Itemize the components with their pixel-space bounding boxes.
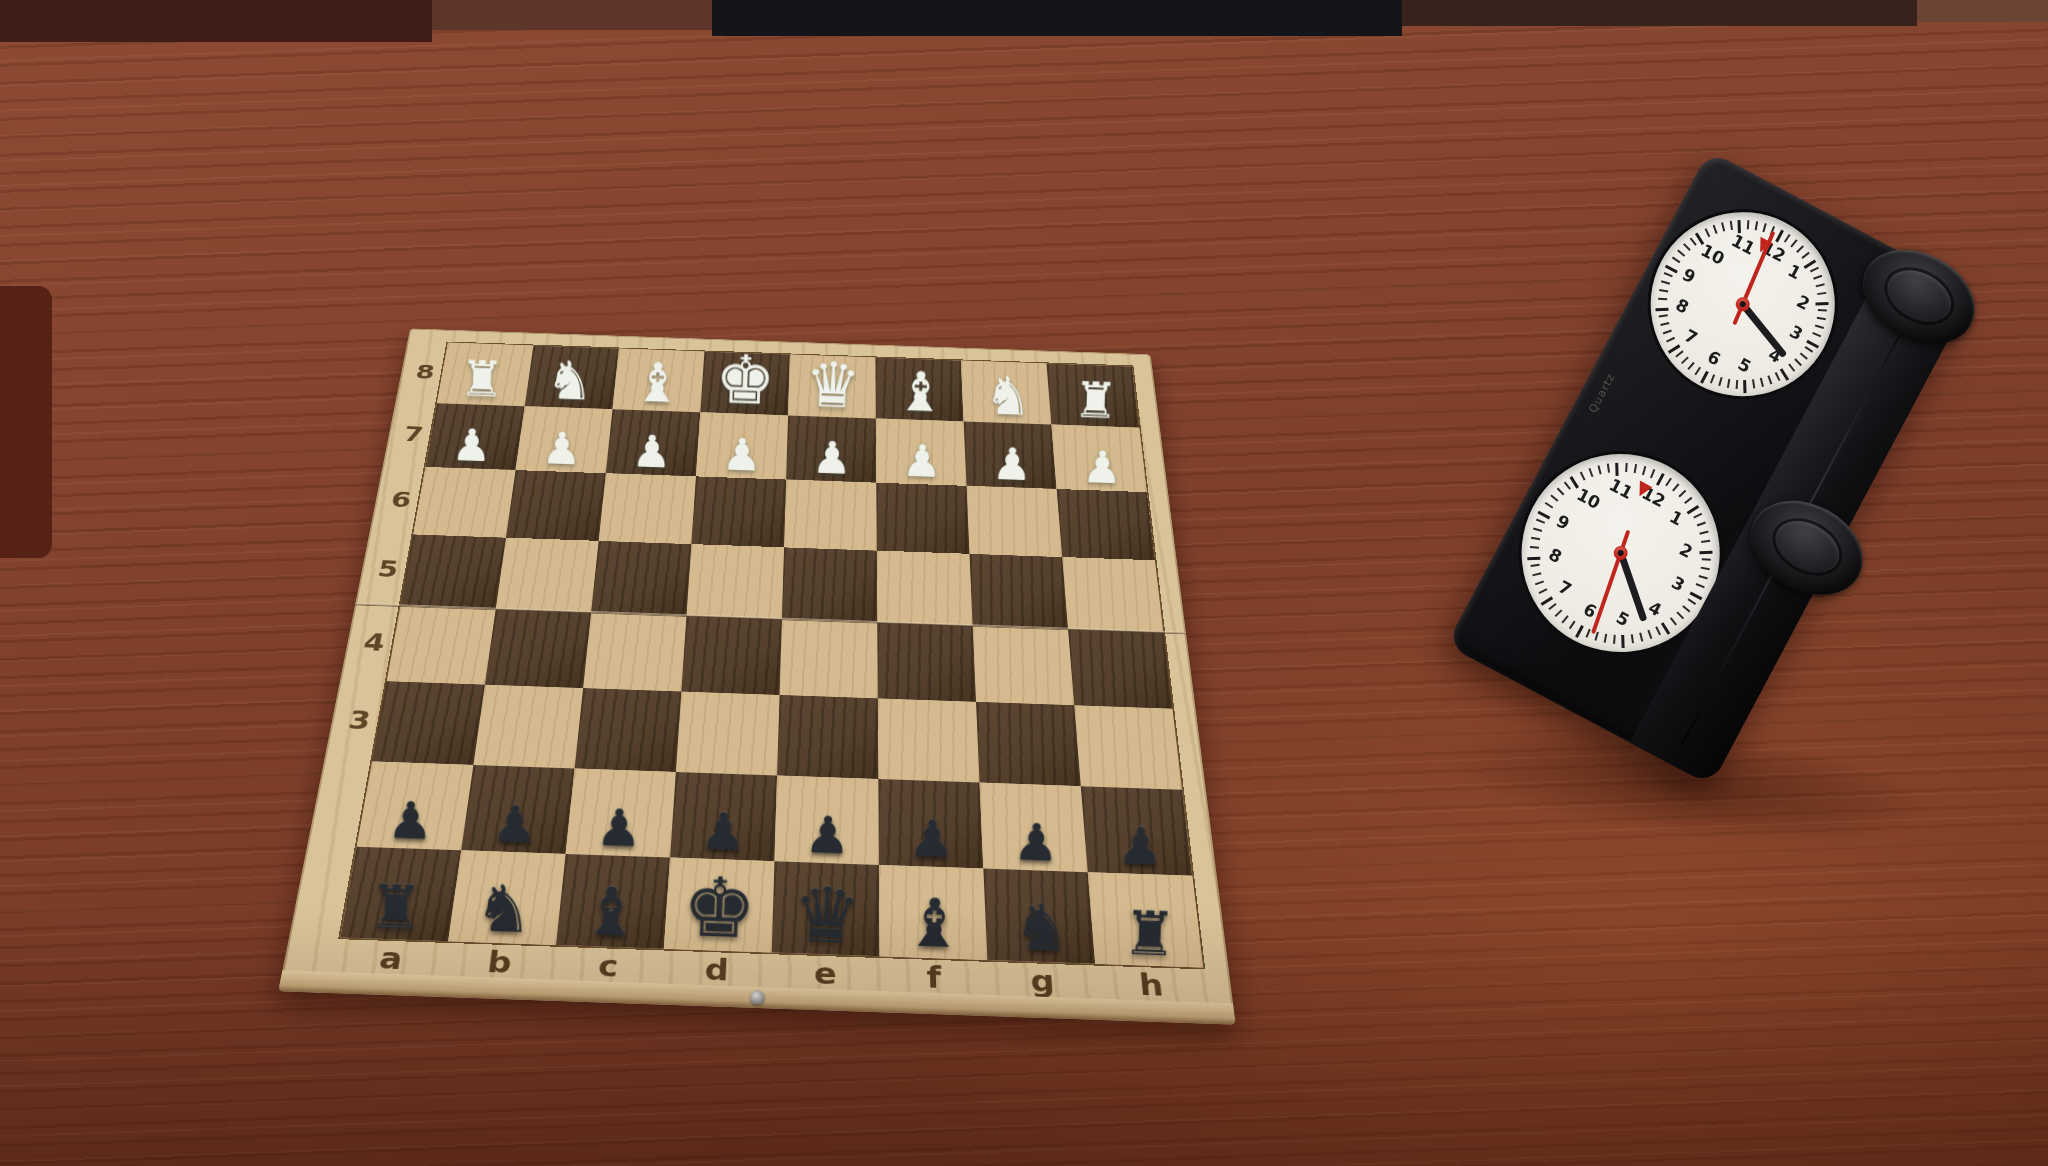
square-c3[interactable] xyxy=(575,688,682,772)
dial-numeral: 5 xyxy=(1732,352,1757,378)
dial-numeral: 7 xyxy=(1679,323,1704,349)
file-label: e xyxy=(771,954,880,993)
dial-tick xyxy=(1661,280,1670,284)
dial-tick xyxy=(1650,469,1655,478)
square-d8[interactable]: ♚ xyxy=(700,352,790,416)
photo-scene: 876543 ♜♞♝♚♛♝♞♜♟♟♟♟♟♟♟♟♟♟♟♟♟♟♟♟♜♞♝♚♛♝♞♜ … xyxy=(0,0,2048,1166)
dial-tick xyxy=(1564,481,1571,489)
dial-tick xyxy=(1658,298,1667,301)
dial-tick xyxy=(1548,603,1556,610)
dial-center-cap xyxy=(1611,544,1630,563)
square-d3[interactable] xyxy=(676,692,780,776)
square-h4[interactable] xyxy=(1068,629,1172,709)
square-g3[interactable] xyxy=(976,702,1081,786)
dial-tick xyxy=(1639,632,1643,641)
white-rook[interactable]: ♜ xyxy=(437,353,526,405)
dial-tick xyxy=(1604,634,1608,643)
background-strip xyxy=(0,0,2048,46)
dial-tick xyxy=(1607,464,1610,473)
dial-tick xyxy=(1690,237,1697,245)
dial-numeral: 8 xyxy=(1669,293,1694,319)
square-g8[interactable]: ♞ xyxy=(961,361,1051,425)
dial-tick xyxy=(1631,634,1634,643)
background-object-dark-left xyxy=(0,0,432,42)
dial-tick xyxy=(1775,372,1781,381)
dial-tick xyxy=(1743,380,1746,393)
square-f2[interactable]: ♟ xyxy=(878,779,983,868)
dial-tick xyxy=(1699,575,1708,579)
dial-tick xyxy=(1815,324,1824,328)
dial-tick xyxy=(1660,322,1669,326)
black-pawn[interactable]: ♟ xyxy=(879,812,985,867)
table-left-dark-patch xyxy=(0,286,52,558)
dial-tick xyxy=(1681,356,1689,364)
dial-tick xyxy=(1625,463,1628,472)
square-e6[interactable] xyxy=(784,480,877,551)
white-pawn[interactable]: ♟ xyxy=(426,422,518,469)
dial-tick xyxy=(1527,556,1540,559)
square-h7[interactable]: ♟ xyxy=(1051,425,1146,493)
dial-tick xyxy=(1557,488,1565,496)
square-b4[interactable] xyxy=(485,609,591,688)
dial-tick xyxy=(1687,362,1694,370)
dial-tick xyxy=(1816,283,1825,287)
dial-tick xyxy=(1545,502,1554,509)
white-knight[interactable]: ♞ xyxy=(525,353,615,409)
square-f7[interactable]: ♟ xyxy=(876,418,967,485)
black-pawn[interactable]: ♟ xyxy=(775,809,881,864)
dial-numeral: 2 xyxy=(1673,538,1698,564)
dial-numeral: 11 xyxy=(1606,475,1631,501)
dial-tick xyxy=(1800,352,1808,359)
black-pawn[interactable]: ♟ xyxy=(462,798,568,853)
white-knight[interactable]: ♞ xyxy=(963,369,1053,425)
white-rook[interactable]: ♜ xyxy=(1051,375,1140,427)
black-rook[interactable]: ♜ xyxy=(1095,902,1205,966)
file-label: g xyxy=(987,962,1098,1001)
square-b1[interactable]: ♞ xyxy=(448,850,565,945)
dial-tick xyxy=(1752,379,1755,388)
black-knight[interactable]: ♞ xyxy=(987,894,1097,962)
dial-tick xyxy=(1810,267,1819,273)
square-g7[interactable]: ♟ xyxy=(964,422,1057,489)
dial-tick xyxy=(1699,550,1712,553)
square-g2[interactable]: ♟ xyxy=(980,783,1088,873)
dial-numeral: 9 xyxy=(1676,263,1701,289)
black-pawn[interactable]: ♟ xyxy=(983,816,1089,871)
file-label: f xyxy=(880,958,989,997)
square-b8[interactable]: ♞ xyxy=(525,346,619,410)
square-a7[interactable]: ♟ xyxy=(425,403,524,470)
dial-tick xyxy=(1817,317,1826,321)
black-queen[interactable]: ♛ xyxy=(772,875,882,955)
dial-tick xyxy=(1730,221,1733,230)
dial-tick xyxy=(1536,519,1545,524)
dial-tick xyxy=(1697,522,1706,527)
dial-tick xyxy=(1812,332,1821,337)
square-e3[interactable] xyxy=(777,695,878,779)
clock-brand-label: Quartz xyxy=(1586,371,1618,415)
square-d4[interactable] xyxy=(681,616,782,695)
dial-tick xyxy=(1676,611,1684,619)
dial-tick xyxy=(1531,537,1540,541)
square-b3[interactable] xyxy=(473,685,583,769)
background-table-edge-right xyxy=(1917,0,2048,22)
dial-tick xyxy=(1696,583,1705,588)
dial-tick xyxy=(1762,223,1766,232)
square-c7[interactable]: ♟ xyxy=(606,409,701,476)
file-label: c xyxy=(552,947,664,985)
dial-tick xyxy=(1569,476,1578,489)
square-c6[interactable] xyxy=(599,473,696,544)
background-object-black xyxy=(712,0,1402,36)
square-g4[interactable] xyxy=(973,626,1075,706)
dial-tick xyxy=(1586,629,1591,638)
square-e4[interactable] xyxy=(780,619,878,698)
file-label: d xyxy=(661,950,771,989)
dial-tick xyxy=(1533,527,1542,531)
dial-tick xyxy=(1736,380,1739,389)
dial-tick xyxy=(1727,379,1731,388)
board-frame: 876543 ♜♞♝♚♛♝♞♜♟♟♟♟♟♟♟♟♟♟♟♟♟♟♟♟♜♞♝♚♛♝♞♜ … xyxy=(278,328,1235,1024)
dial-tick xyxy=(1665,478,1672,487)
dial-tick xyxy=(1659,314,1668,317)
dial-tick xyxy=(1755,221,1759,230)
square-e1[interactable]: ♛ xyxy=(772,861,880,956)
dial-tick xyxy=(1539,588,1548,594)
square-c2[interactable]: ♟ xyxy=(566,768,676,857)
square-a3[interactable] xyxy=(372,681,485,765)
dial-numeral: 1 xyxy=(1782,259,1807,285)
dial-tick xyxy=(1530,546,1539,549)
dial-tick xyxy=(1721,222,1725,231)
file-label: h xyxy=(1095,966,1207,1005)
dial-tick xyxy=(1659,289,1668,293)
white-pawn[interactable]: ♟ xyxy=(516,425,608,472)
dial-tick xyxy=(1575,625,1584,638)
square-a4[interactable] xyxy=(387,606,496,685)
square-g5[interactable] xyxy=(969,554,1068,629)
clock-body: 123456789101112 123456789101112 Quartz xyxy=(1446,150,1974,785)
square-f1[interactable]: ♝ xyxy=(879,865,987,960)
dial-tick xyxy=(1689,591,1702,600)
dial-tick xyxy=(1718,377,1722,386)
dial-tick xyxy=(1688,598,1697,605)
dial-tick xyxy=(1779,368,1788,381)
square-h2[interactable]: ♟ xyxy=(1081,786,1192,876)
dial-numeral: 6 xyxy=(1702,345,1727,371)
dial-tick xyxy=(1794,358,1802,366)
white-king[interactable]: ♚ xyxy=(700,345,790,415)
square-d2[interactable]: ♟ xyxy=(670,772,777,861)
dial-tick xyxy=(1531,564,1540,567)
hour-hand xyxy=(1740,302,1787,358)
dial-tick xyxy=(1713,225,1718,234)
square-e5[interactable] xyxy=(782,547,877,622)
dial-tick xyxy=(1784,234,1791,243)
square-a1[interactable]: ♜ xyxy=(340,847,461,942)
chess-board: 876543 ♜♞♝♚♛♝♞♜♟♟♟♟♟♟♟♟♟♟♟♟♟♟♟♟♜♞♝♚♛♝♞♜ … xyxy=(278,328,1235,1024)
white-pawn[interactable]: ♟ xyxy=(786,435,878,482)
square-b2[interactable]: ♟ xyxy=(461,765,574,854)
black-king[interactable]: ♚ xyxy=(664,865,775,951)
dial-tick xyxy=(1569,621,1576,630)
dial-tick xyxy=(1683,243,1691,251)
black-bishop[interactable]: ♝ xyxy=(556,877,666,947)
dial-numeral: 2 xyxy=(1791,289,1816,315)
dial-tick xyxy=(1682,605,1690,612)
dial-tick xyxy=(1813,275,1822,280)
dial-tick xyxy=(1663,330,1672,335)
square-a6[interactable] xyxy=(413,467,515,538)
board-grid: ♜♞♝♚♛♝♞♜♟♟♟♟♟♟♟♟♟♟♟♟♟♟♟♟♜♞♝♚♛♝♞♜ xyxy=(340,343,1203,968)
dial-tick xyxy=(1675,350,1683,357)
dial-tick xyxy=(1760,378,1764,387)
dial-tick xyxy=(1540,596,1553,605)
dial-numeral: 10 xyxy=(1573,485,1598,511)
white-bishop[interactable]: ♝ xyxy=(613,355,703,412)
dial-tick xyxy=(1598,465,1602,474)
square-h6[interactable] xyxy=(1057,489,1155,560)
dial-tick xyxy=(1815,302,1828,305)
black-knight[interactable]: ♞ xyxy=(449,875,559,943)
square-g1[interactable]: ♞ xyxy=(983,869,1095,964)
black-pawn[interactable]: ♟ xyxy=(670,805,776,860)
dial-tick xyxy=(1710,374,1715,383)
square-e8[interactable]: ♛ xyxy=(788,355,876,419)
square-f4[interactable] xyxy=(877,622,976,701)
background-table-edge xyxy=(432,0,712,30)
dial-numeral: 3 xyxy=(1666,571,1691,597)
square-h3[interactable] xyxy=(1074,705,1182,789)
black-bishop[interactable]: ♝ xyxy=(879,888,989,958)
dial-tick xyxy=(1790,239,1797,247)
dial-tick xyxy=(1537,510,1550,519)
dial-tick xyxy=(1580,472,1586,481)
dial-tick xyxy=(1701,540,1710,543)
white-pawn[interactable]: ♟ xyxy=(606,428,698,475)
square-e7[interactable]: ♟ xyxy=(786,415,876,482)
white-pawn[interactable]: ♟ xyxy=(1056,444,1148,491)
file-label: a xyxy=(334,939,448,977)
dial-tick xyxy=(1705,228,1711,237)
dial-tick xyxy=(1702,558,1711,561)
square-b5[interactable] xyxy=(496,538,599,613)
dial-tick xyxy=(1801,252,1809,259)
white-pawn[interactable]: ♟ xyxy=(966,441,1058,488)
square-a8[interactable]: ♜ xyxy=(437,343,533,407)
dial-tick xyxy=(1642,466,1646,475)
board-clasp xyxy=(750,990,764,1005)
square-f3[interactable] xyxy=(878,698,980,782)
square-c4[interactable] xyxy=(583,612,686,691)
square-h5[interactable] xyxy=(1062,557,1163,632)
square-a5[interactable] xyxy=(400,534,506,609)
square-d7[interactable]: ♟ xyxy=(696,412,788,479)
black-rook[interactable]: ♜ xyxy=(341,875,451,939)
square-b6[interactable] xyxy=(506,470,606,541)
square-e2[interactable]: ♟ xyxy=(774,776,878,865)
dial-tick xyxy=(1664,272,1673,277)
chess-clock: 123456789101112 123456789101112 Quartz xyxy=(1400,88,2020,848)
dial-tick xyxy=(1796,245,1804,253)
file-label: b xyxy=(443,943,556,981)
dial-tick xyxy=(1672,483,1679,491)
dial-numeral: 11 xyxy=(1728,230,1753,256)
square-a2[interactable]: ♟ xyxy=(357,761,474,850)
dial-tick xyxy=(1655,307,1668,310)
white-bishop[interactable]: ♝ xyxy=(876,364,966,421)
dial-tick xyxy=(1666,337,1675,343)
dial-numeral: 7 xyxy=(1553,575,1578,601)
dial-tick xyxy=(1678,490,1686,498)
dial-tick xyxy=(1647,630,1652,639)
dial-numeral: 9 xyxy=(1550,509,1575,535)
dial-tick xyxy=(1634,464,1638,473)
dial-tick xyxy=(1701,567,1710,571)
dial-tick xyxy=(1817,292,1826,295)
square-c5[interactable] xyxy=(591,541,691,616)
dial-tick xyxy=(1550,494,1558,501)
square-b7[interactable]: ♟ xyxy=(516,406,613,473)
dial-tick xyxy=(1532,572,1541,576)
dial-tick xyxy=(1613,635,1616,644)
square-d1[interactable]: ♚ xyxy=(664,858,775,953)
dial-tick xyxy=(1621,635,1624,648)
dial-tick xyxy=(1693,513,1702,519)
dial-tick xyxy=(1684,497,1692,504)
dial-tick xyxy=(1660,622,1669,635)
dial-tick xyxy=(1700,371,1709,384)
black-pawn[interactable]: ♟ xyxy=(566,802,672,857)
dial-tick xyxy=(1699,531,1708,535)
dial-tick xyxy=(1818,309,1827,312)
square-h1[interactable]: ♜ xyxy=(1088,872,1203,967)
square-g6[interactable] xyxy=(966,486,1062,557)
dial-numeral: 8 xyxy=(1543,542,1568,568)
clock-rotated-group: 123456789101112 123456789101112 Quartz xyxy=(1258,0,2048,949)
square-f8[interactable]: ♝ xyxy=(875,358,963,422)
square-h8[interactable]: ♜ xyxy=(1046,364,1139,428)
square-d6[interactable] xyxy=(691,476,786,547)
square-f5[interactable] xyxy=(877,551,973,626)
dial-tick xyxy=(1788,364,1795,372)
dial-tick xyxy=(1767,375,1772,384)
square-f6[interactable] xyxy=(876,483,969,554)
dial-tick xyxy=(1677,250,1685,257)
dial-tick xyxy=(1655,626,1661,635)
dial-numeral: 1 xyxy=(1663,505,1688,531)
white-pawn[interactable]: ♟ xyxy=(696,432,788,479)
dial-tick xyxy=(1775,229,1784,242)
square-d5[interactable] xyxy=(686,544,784,619)
dial-tick xyxy=(1694,367,1701,376)
dial-tick xyxy=(1588,468,1593,477)
dial-tick xyxy=(1555,609,1563,617)
white-queen[interactable]: ♛ xyxy=(788,353,878,418)
dial-tick xyxy=(1747,220,1750,229)
dial-tick xyxy=(1672,257,1681,264)
square-c1[interactable]: ♝ xyxy=(556,854,670,949)
dial-tick xyxy=(1561,615,1568,623)
dial-tick xyxy=(1805,346,1814,353)
black-pawn[interactable]: ♟ xyxy=(1087,820,1193,875)
dial-numeral: 5 xyxy=(1610,605,1635,631)
black-pawn[interactable]: ♟ xyxy=(357,794,463,849)
dial-tick xyxy=(1656,473,1665,486)
white-pawn[interactable]: ♟ xyxy=(876,438,968,485)
dial-tick xyxy=(1535,580,1544,585)
square-c8[interactable]: ♝ xyxy=(613,349,705,413)
dial-tick xyxy=(1670,617,1677,625)
